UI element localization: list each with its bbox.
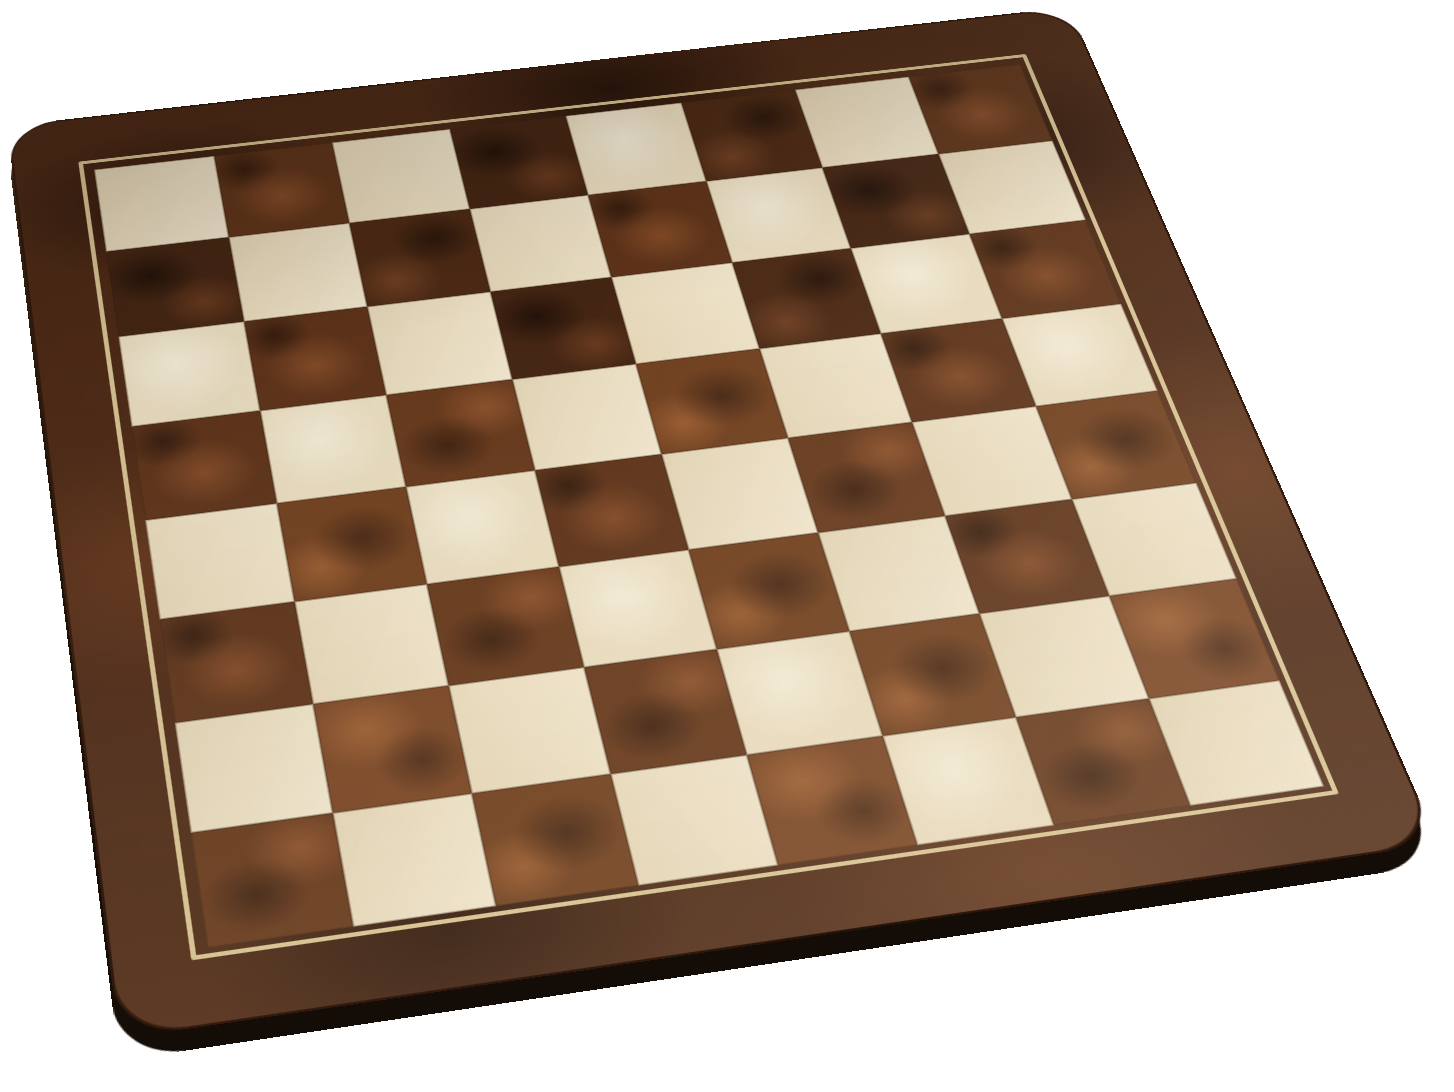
square-d8 [449, 116, 588, 209]
square-c7 [349, 209, 490, 307]
square-c4 [406, 470, 558, 583]
square-c3 [427, 566, 584, 685]
square-d7 [469, 195, 611, 292]
square-c2 [449, 667, 610, 793]
board-grid [94, 64, 1324, 948]
square-b1 [332, 793, 496, 927]
square-d5 [512, 364, 662, 471]
square-a8 [94, 156, 228, 251]
square-b3 [294, 584, 449, 704]
square-b4 [276, 487, 427, 601]
square-a7 [106, 237, 243, 337]
square-a4 [145, 503, 294, 619]
square-b5 [259, 395, 405, 504]
square-a1 [191, 813, 353, 948]
square-b2 [312, 686, 471, 813]
square-b7 [228, 223, 367, 322]
product-photo-stage [0, 0, 1454, 1092]
square-b8 [214, 143, 350, 237]
maple-inlay-border [78, 54, 1339, 960]
square-c5 [386, 379, 534, 487]
square-b6 [243, 307, 386, 411]
square-a6 [118, 322, 259, 427]
square-a2 [175, 704, 332, 832]
square-a5 [132, 410, 277, 520]
square-c1 [472, 774, 638, 907]
square-a3 [160, 601, 313, 723]
square-d6 [490, 277, 636, 379]
square-c6 [367, 292, 511, 395]
square-c8 [332, 129, 469, 223]
